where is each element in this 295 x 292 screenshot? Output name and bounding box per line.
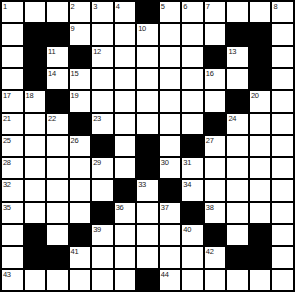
- cell-r4c6[interactable]: [115, 69, 136, 89]
- cell-r8c5[interactable]: 29: [92, 158, 113, 178]
- clue-number-34: 34: [183, 180, 191, 189]
- cell-r1c11[interactable]: [227, 2, 248, 22]
- block-r4c12: [250, 69, 271, 89]
- cell-r11c7[interactable]: [137, 225, 158, 245]
- cell-r3c8[interactable]: [160, 47, 181, 67]
- clue-number-14: 14: [48, 69, 56, 78]
- cell-r11c8[interactable]: [160, 225, 181, 245]
- cell-r4c5[interactable]: [92, 69, 113, 89]
- clue-number-35: 35: [3, 203, 11, 212]
- clue-number-25: 25: [3, 136, 11, 145]
- clue-number-17: 17: [3, 91, 11, 100]
- cell-r12c1[interactable]: [2, 247, 23, 267]
- cell-r1c2[interactable]: [25, 2, 46, 22]
- block-r5c3: [47, 91, 68, 111]
- cell-r4c9[interactable]: [182, 69, 203, 89]
- cell-r13c2[interactable]: [25, 270, 46, 290]
- cell-r9c7[interactable]: 33: [137, 180, 158, 200]
- cell-r9c3[interactable]: [47, 180, 68, 200]
- cell-r4c3[interactable]: 14: [47, 69, 68, 89]
- clue-number-40: 40: [183, 225, 191, 234]
- cell-r12c9[interactable]: [182, 247, 203, 267]
- cell-r13c13[interactable]: [272, 270, 293, 290]
- cell-r2c1[interactable]: [2, 24, 23, 44]
- cell-r2c9[interactable]: [182, 24, 203, 44]
- cell-r11c3[interactable]: [47, 225, 68, 245]
- cell-r10c3[interactable]: [47, 203, 68, 223]
- clue-number-41: 41: [71, 247, 79, 256]
- cell-r2c13[interactable]: [272, 24, 293, 44]
- cell-r13c6[interactable]: [115, 270, 136, 290]
- cell-r4c1[interactable]: [2, 69, 23, 89]
- clue-number-23: 23: [93, 114, 101, 123]
- cell-r5c7[interactable]: [137, 91, 158, 111]
- block-r10c5: [92, 203, 113, 223]
- cell-r3c3[interactable]: 11: [47, 47, 68, 67]
- cell-r12c6[interactable]: [115, 247, 136, 267]
- block-r7c7: [137, 136, 158, 156]
- clue-number-30: 30: [161, 158, 169, 167]
- clue-number-32: 32: [3, 180, 11, 189]
- clue-number-18: 18: [26, 91, 34, 100]
- block-r13c7: [137, 270, 158, 290]
- block-r2c12: [250, 24, 271, 44]
- block-r11c10: [205, 225, 226, 245]
- cell-r2c8[interactable]: [160, 24, 181, 44]
- cell-r1c9[interactable]: 6: [182, 2, 203, 22]
- block-r11c2: [25, 225, 46, 245]
- cell-r13c4[interactable]: [70, 270, 91, 290]
- cell-r2c4[interactable]: 9: [70, 24, 91, 44]
- clue-number-24: 24: [228, 114, 236, 123]
- cell-r7c8[interactable]: [160, 136, 181, 156]
- clue-number-6: 6: [183, 2, 187, 11]
- cell-r6c2[interactable]: [25, 114, 46, 134]
- cell-r5c5[interactable]: [92, 91, 113, 111]
- cell-r10c8[interactable]: 37: [160, 203, 181, 223]
- block-r11c12: [250, 225, 271, 245]
- cell-r9c11[interactable]: [227, 180, 248, 200]
- cell-r9c12[interactable]: [250, 180, 271, 200]
- clue-number-1: 1: [3, 2, 7, 11]
- cell-r4c4[interactable]: 15: [70, 69, 91, 89]
- cell-r7c11[interactable]: [227, 136, 248, 156]
- cell-r10c1[interactable]: 35: [2, 203, 23, 223]
- cell-r10c2[interactable]: [25, 203, 46, 223]
- clue-number-44: 44: [161, 270, 169, 279]
- block-r12c2: [25, 247, 46, 267]
- cell-r13c12[interactable]: [250, 270, 271, 290]
- cell-r10c6[interactable]: 36: [115, 203, 136, 223]
- clue-number-36: 36: [116, 203, 124, 212]
- block-r3c10: [205, 47, 226, 67]
- cell-r9c2[interactable]: [25, 180, 46, 200]
- clue-number-21: 21: [3, 114, 11, 123]
- cell-r5c8[interactable]: [160, 91, 181, 111]
- cell-r8c6[interactable]: [115, 158, 136, 178]
- clue-number-43: 43: [3, 270, 11, 279]
- cell-r4c8[interactable]: [160, 69, 181, 89]
- cell-r5c1[interactable]: 17: [2, 91, 23, 111]
- cell-r8c13[interactable]: [272, 158, 293, 178]
- cell-r11c1[interactable]: [2, 225, 23, 245]
- block-r6c10: [205, 114, 226, 134]
- cell-r2c6[interactable]: [115, 24, 136, 44]
- cell-r8c11[interactable]: [227, 158, 248, 178]
- cell-r7c1[interactable]: 25: [2, 136, 23, 156]
- cell-r7c12[interactable]: [250, 136, 271, 156]
- block-r9c6: [115, 180, 136, 200]
- clue-number-11: 11: [48, 47, 55, 56]
- block-r12c12: [250, 247, 271, 267]
- cell-r9c1[interactable]: 32: [2, 180, 23, 200]
- clue-number-13: 13: [228, 47, 236, 56]
- block-r12c11: [227, 247, 248, 267]
- block-r2c3: [47, 24, 68, 44]
- clue-number-39: 39: [93, 225, 101, 234]
- cell-r5c2[interactable]: 18: [25, 91, 46, 111]
- block-r9c8: [160, 180, 181, 200]
- cell-r9c5[interactable]: [92, 180, 113, 200]
- cell-r13c3[interactable]: [47, 270, 68, 290]
- cell-r1c1[interactable]: 1: [2, 2, 23, 22]
- cell-r4c10[interactable]: 16: [205, 69, 226, 89]
- cell-r13c5[interactable]: [92, 270, 113, 290]
- cell-r6c11[interactable]: 24: [227, 114, 248, 134]
- clue-number-4: 4: [116, 2, 120, 11]
- crossword-board: 1234567891011121314151617181920212223242…: [0, 0, 295, 292]
- cell-r9c9[interactable]: 34: [182, 180, 203, 200]
- clue-number-12: 12: [93, 47, 101, 56]
- cell-r10c13[interactable]: [272, 203, 293, 223]
- cell-r4c11[interactable]: [227, 69, 248, 89]
- cell-r6c6[interactable]: [115, 114, 136, 134]
- cell-r6c9[interactable]: [182, 114, 203, 134]
- cell-r13c11[interactable]: [227, 270, 248, 290]
- cell-r10c7[interactable]: [137, 203, 158, 223]
- cell-r10c12[interactable]: [250, 203, 271, 223]
- clue-number-29: 29: [93, 158, 101, 167]
- cell-r8c10[interactable]: [205, 158, 226, 178]
- cell-r13c9[interactable]: [182, 270, 203, 290]
- block-r7c5: [92, 136, 113, 156]
- block-r1c7: [137, 2, 158, 22]
- cell-r9c13[interactable]: [272, 180, 293, 200]
- cell-r1c13[interactable]: 8: [272, 2, 293, 22]
- cell-r6c1[interactable]: 21: [2, 114, 23, 134]
- block-r5c11: [227, 91, 248, 111]
- cell-r5c10[interactable]: [205, 91, 226, 111]
- cell-r10c10[interactable]: 38: [205, 203, 226, 223]
- cell-r6c13[interactable]: [272, 114, 293, 134]
- block-r4c2: [25, 69, 46, 89]
- cell-r11c11[interactable]: [227, 225, 248, 245]
- cell-r8c1[interactable]: 28: [2, 158, 23, 178]
- cell-r6c8[interactable]: [160, 114, 181, 134]
- cell-r3c7[interactable]: [137, 47, 158, 67]
- clue-number-31: 31: [183, 158, 191, 167]
- clue-number-19: 19: [71, 91, 79, 100]
- clue-number-16: 16: [206, 69, 214, 78]
- cell-r3c11[interactable]: 13: [227, 47, 248, 67]
- clue-number-28: 28: [3, 158, 11, 167]
- cell-r13c8[interactable]: 44: [160, 270, 181, 290]
- cell-r2c10[interactable]: [205, 24, 226, 44]
- cell-r6c3[interactable]: 22: [47, 114, 68, 134]
- cell-r1c12[interactable]: [250, 2, 271, 22]
- block-r3c2: [25, 47, 46, 67]
- cell-r3c9[interactable]: [182, 47, 203, 67]
- cell-r12c10[interactable]: 42: [205, 247, 226, 267]
- cell-r8c4[interactable]: [70, 158, 91, 178]
- cell-r7c4[interactable]: 26: [70, 136, 91, 156]
- clue-number-3: 3: [93, 2, 97, 11]
- block-r8c7: [137, 158, 158, 178]
- cell-r3c13[interactable]: [272, 47, 293, 67]
- clue-number-33: 33: [138, 180, 146, 189]
- cell-r8c8[interactable]: 30: [160, 158, 181, 178]
- clue-number-15: 15: [71, 69, 79, 78]
- block-r3c12: [250, 47, 271, 67]
- cell-r7c6[interactable]: [115, 136, 136, 156]
- block-r7c9: [182, 136, 203, 156]
- block-r2c11: [227, 24, 248, 44]
- cell-r5c9[interactable]: [182, 91, 203, 111]
- cell-r12c4[interactable]: 41: [70, 247, 91, 267]
- clue-number-42: 42: [206, 247, 214, 256]
- cell-r1c8[interactable]: 5: [160, 2, 181, 22]
- cell-r11c9[interactable]: 40: [182, 225, 203, 245]
- cell-r8c9[interactable]: 31: [182, 158, 203, 178]
- clue-number-7: 7: [206, 2, 210, 11]
- cell-r1c10[interactable]: 7: [205, 2, 226, 22]
- cell-r5c6[interactable]: [115, 91, 136, 111]
- cell-r1c5[interactable]: 3: [92, 2, 113, 22]
- clue-number-27: 27: [206, 136, 214, 145]
- cell-r7c2[interactable]: [25, 136, 46, 156]
- cell-r7c13[interactable]: [272, 136, 293, 156]
- cell-r11c13[interactable]: [272, 225, 293, 245]
- cell-r2c7[interactable]: 10: [137, 24, 158, 44]
- clue-number-8: 8: [273, 2, 277, 11]
- cell-r4c7[interactable]: [137, 69, 158, 89]
- cell-r12c8[interactable]: [160, 247, 181, 267]
- block-r11c4: [70, 225, 91, 245]
- block-r6c4: [70, 114, 91, 134]
- cell-r1c3[interactable]: [47, 2, 68, 22]
- clue-number-10: 10: [138, 24, 146, 33]
- cell-r6c5[interactable]: 23: [92, 114, 113, 134]
- cell-r7c3[interactable]: [47, 136, 68, 156]
- cell-r13c1[interactable]: 43: [2, 270, 23, 290]
- cell-r5c13[interactable]: [272, 91, 293, 111]
- cell-r1c6[interactable]: 4: [115, 2, 136, 22]
- clue-number-9: 9: [71, 24, 75, 33]
- cell-r4c13[interactable]: [272, 69, 293, 89]
- clue-number-5: 5: [161, 2, 165, 11]
- clue-number-2: 2: [71, 2, 75, 11]
- cell-r1c4[interactable]: 2: [70, 2, 91, 22]
- cell-r12c13[interactable]: [272, 247, 293, 267]
- cell-r9c4[interactable]: [70, 180, 91, 200]
- cell-r8c12[interactable]: [250, 158, 271, 178]
- cell-r5c12[interactable]: 20: [250, 91, 271, 111]
- clue-number-26: 26: [71, 136, 79, 145]
- block-r12c3: [47, 247, 68, 267]
- block-r3c4: [70, 47, 91, 67]
- cell-r12c5[interactable]: [92, 247, 113, 267]
- cell-r11c5[interactable]: 39: [92, 225, 113, 245]
- cell-r7c10[interactable]: 27: [205, 136, 226, 156]
- cell-r10c11[interactable]: [227, 203, 248, 223]
- cell-r3c5[interactable]: 12: [92, 47, 113, 67]
- clue-number-20: 20: [251, 91, 259, 100]
- block-r10c9: [182, 203, 203, 223]
- cell-r3c6[interactable]: [115, 47, 136, 67]
- block-r2c2: [25, 24, 46, 44]
- cell-r6c12[interactable]: [250, 114, 271, 134]
- cell-r8c2[interactable]: [25, 158, 46, 178]
- clue-number-37: 37: [161, 203, 169, 212]
- cell-r5c4[interactable]: 19: [70, 91, 91, 111]
- cell-r12c7[interactable]: [137, 247, 158, 267]
- cell-r6c7[interactable]: [137, 114, 158, 134]
- cell-r11c6[interactable]: [115, 225, 136, 245]
- cell-r13c10[interactable]: [205, 270, 226, 290]
- cell-r10c4[interactable]: [70, 203, 91, 223]
- cell-r9c10[interactable]: [205, 180, 226, 200]
- cell-r2c5[interactable]: [92, 24, 113, 44]
- clue-number-22: 22: [48, 114, 56, 123]
- clue-number-38: 38: [206, 203, 214, 212]
- cell-r8c3[interactable]: [47, 158, 68, 178]
- cell-r3c1[interactable]: [2, 47, 23, 67]
